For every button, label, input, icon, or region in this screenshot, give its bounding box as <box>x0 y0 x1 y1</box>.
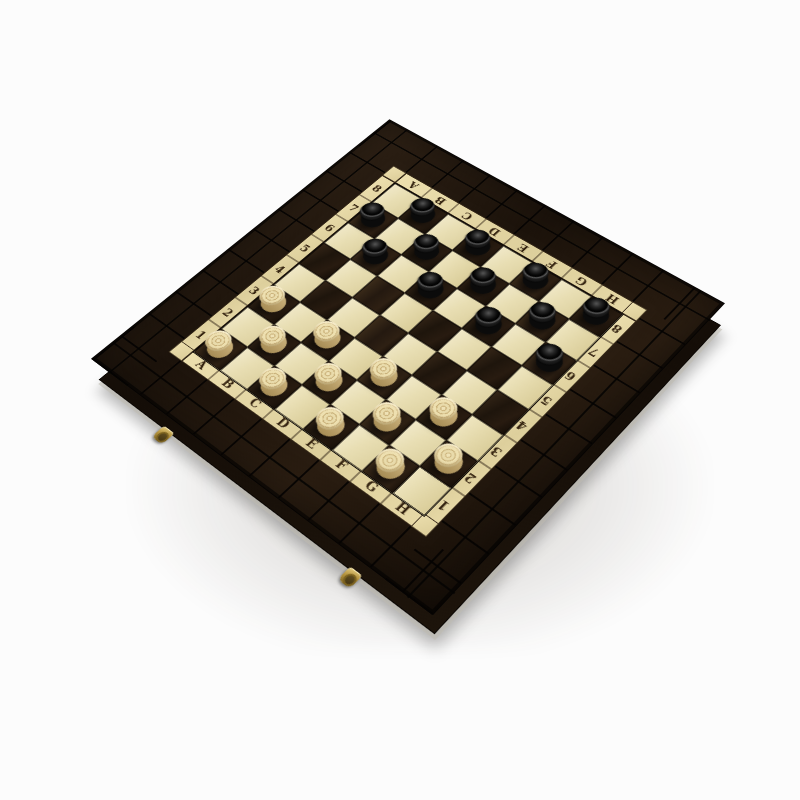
checker-white-a3[interactable] <box>256 291 292 318</box>
coord-band-ranks-left: 87654321 <box>181 175 395 351</box>
board-rotation-wrapper: ABCDEFGH ABCDEFGH 87654321 87654321 <box>164 87 652 575</box>
checker-black-d6[interactable] <box>413 277 449 304</box>
checker-black-h8[interactable] <box>577 303 614 331</box>
checker-white-h2[interactable] <box>429 448 469 481</box>
checker-black-e7[interactable] <box>465 273 501 300</box>
board-scene: ABCDEFGH ABCDEFGH 87654321 87654321 <box>164 87 652 575</box>
checker-black-d8[interactable] <box>460 235 495 260</box>
playing-field <box>192 183 624 517</box>
square-c3[interactable] <box>301 320 355 361</box>
square-g7[interactable] <box>515 301 569 342</box>
checker-white-c1[interactable] <box>256 373 294 403</box>
checker-white-g3[interactable] <box>425 402 464 433</box>
checker-top <box>428 439 468 472</box>
checker-white-e3[interactable] <box>366 363 404 393</box>
checker-white-d2[interactable] <box>311 368 349 398</box>
checker-white-f2[interactable] <box>368 407 407 438</box>
checker-black-h6[interactable] <box>530 349 568 378</box>
